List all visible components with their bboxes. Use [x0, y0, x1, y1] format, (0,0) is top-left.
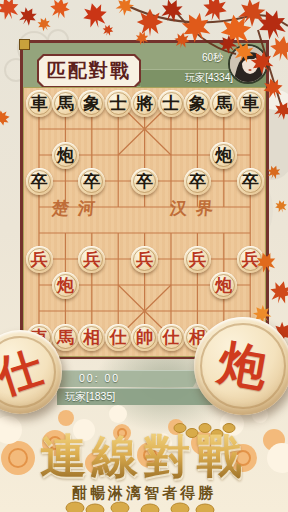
piece-red-r9c5[interactable]: 仕 — [158, 324, 185, 351]
piece-character: 帥 — [136, 329, 153, 346]
piece-character: 仕 — [110, 329, 127, 346]
piece-character: 炮 — [57, 147, 74, 164]
piece-character: 兵 — [31, 251, 48, 268]
piece-character: 卒 — [136, 173, 153, 190]
piece-character: 仕 — [163, 329, 180, 346]
decor-piece-cannon: 炮 — [194, 317, 288, 415]
piece-red-r7c1[interactable]: 炮 — [52, 272, 79, 299]
piece-red-r6c4[interactable]: 兵 — [131, 246, 158, 273]
piece-character: 士 — [110, 95, 127, 112]
piece-black-r0c1[interactable]: 馬 — [52, 90, 79, 117]
screen-title-plaque: 匹配對戰 — [37, 54, 141, 88]
piece-character: 卒 — [242, 173, 259, 190]
opponent-name: 玩家[4334] — [163, 71, 233, 85]
piece-black-r0c6[interactable]: 象 — [184, 90, 211, 117]
piece-character: 兵 — [242, 251, 259, 268]
piece-red-r9c3[interactable]: 仕 — [105, 324, 132, 351]
tagline: 酣暢淋漓智者得勝 — [0, 484, 288, 503]
piece-character: 炮 — [215, 277, 232, 294]
piece-black-r3c0[interactable]: 卒 — [26, 168, 53, 195]
avatar-portrait — [230, 46, 266, 82]
piece-red-r6c0[interactable]: 兵 — [26, 246, 53, 273]
piece-black-r0c8[interactable]: 車 — [237, 90, 264, 117]
player-clock: 00: 00 — [57, 370, 203, 387]
board-grid — [24, 88, 265, 356]
piece-black-r0c3[interactable]: 士 — [105, 90, 132, 117]
piece-character: 卒 — [31, 173, 48, 190]
river-label-left: 楚河 — [51, 197, 105, 220]
piece-character: 車 — [31, 95, 48, 112]
piece-red-r9c2[interactable]: 相 — [78, 324, 105, 351]
piece-character: 卒 — [189, 173, 206, 190]
piece-black-r3c2[interactable]: 卒 — [78, 168, 105, 195]
piece-black-r3c4[interactable]: 卒 — [131, 168, 158, 195]
piece-red-r6c8[interactable]: 兵 — [237, 246, 264, 273]
piece-red-r7c7[interactable]: 炮 — [210, 272, 237, 299]
piece-black-r0c5[interactable]: 士 — [158, 90, 185, 117]
app-screen: 匹配對戰 60秒 玩家[4334] — [0, 0, 288, 512]
piece-black-r3c8[interactable]: 卒 — [237, 168, 264, 195]
piece-black-r2c1[interactable]: 炮 — [52, 142, 79, 169]
piece-black-r2c7[interactable]: 炮 — [210, 142, 237, 169]
piece-character: 象 — [189, 95, 206, 112]
piece-character: 炮 — [215, 147, 232, 164]
piece-black-r0c0[interactable]: 車 — [26, 90, 53, 117]
piece-character: 兵 — [136, 251, 153, 268]
banner-title: 連線對戰 — [0, 426, 288, 488]
river-label-right: 汉界 — [169, 197, 223, 220]
piece-character: 卒 — [83, 173, 100, 190]
piece-character: 馬 — [57, 95, 74, 112]
piece-red-r9c4[interactable]: 帥 — [131, 324, 158, 351]
opponent-avatar[interactable] — [228, 44, 268, 84]
piece-character: 車 — [242, 95, 259, 112]
piece-black-r0c7[interactable]: 馬 — [210, 90, 237, 117]
piece-red-r6c6[interactable]: 兵 — [184, 246, 211, 273]
piece-red-r9c1[interactable]: 馬 — [52, 324, 79, 351]
piece-black-r0c2[interactable]: 象 — [78, 90, 105, 117]
piece-character: 兵 — [189, 251, 206, 268]
piece-character: 相 — [83, 329, 100, 346]
piece-black-r3c6[interactable]: 卒 — [184, 168, 211, 195]
piece-character: 象 — [83, 95, 100, 112]
piece-character: 將 — [136, 95, 153, 112]
piece-character: 馬 — [215, 95, 232, 112]
corner-ornament — [19, 39, 30, 50]
piece-red-r6c2[interactable]: 兵 — [78, 246, 105, 273]
piece-character: 炮 — [57, 277, 74, 294]
piece-black-r0c4[interactable]: 將 — [131, 90, 158, 117]
screen-title: 匹配對戰 — [47, 58, 131, 84]
piece-character: 士 — [163, 95, 180, 112]
piece-character: 馬 — [57, 329, 74, 346]
xiangqi-board[interactable]: 楚河 汉界 車馬象士將士象馬車炮炮卒卒卒卒卒兵兵兵兵兵炮炮車馬相仕帥仕相馬車 — [24, 88, 265, 356]
piece-character: 兵 — [83, 251, 100, 268]
match-search-timer: 60秒 — [171, 51, 223, 65]
